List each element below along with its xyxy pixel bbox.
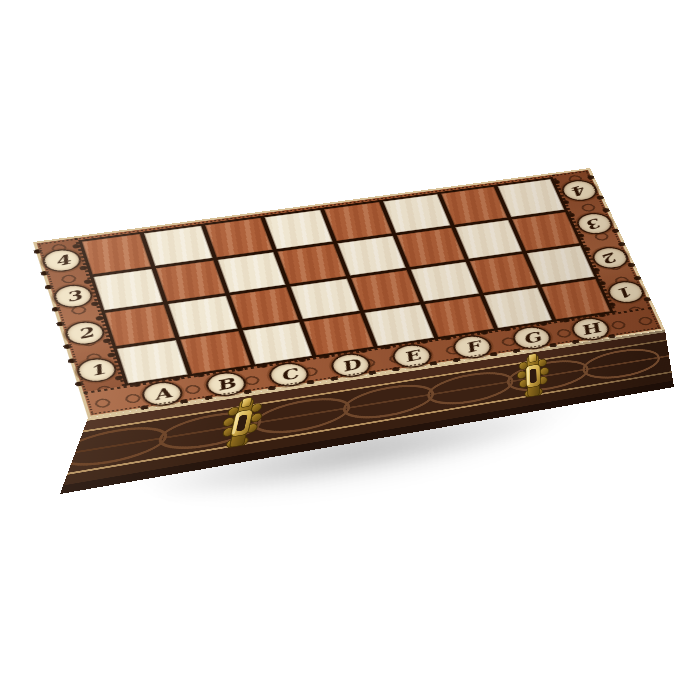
file-label-e: E (400, 348, 423, 364)
rank-right-label-1: 1 (615, 285, 637, 300)
file-label-g: G (519, 330, 543, 346)
rank-left-disc-1: 1 (74, 356, 120, 385)
square-g4 (441, 187, 508, 225)
square-d3 (278, 244, 346, 284)
square-b4 (144, 226, 212, 266)
square-h1 (542, 279, 610, 319)
square-h4 (498, 179, 564, 217)
square-g1 (484, 288, 553, 329)
rank-right-disc-3: 3 (573, 211, 616, 236)
file-label-a: A (150, 385, 173, 401)
square-e4 (324, 202, 391, 241)
square-a4 (82, 234, 151, 274)
square-c1 (242, 322, 312, 364)
file-label-c: C (276, 366, 300, 382)
rank-left-disc-3: 3 (51, 283, 96, 311)
square-f2 (410, 262, 478, 302)
square-f3 (396, 228, 464, 267)
square-a1 (117, 340, 188, 383)
brass-clasp-right-icon (516, 351, 552, 402)
rank-right-label-4: 4 (569, 183, 591, 197)
square-f4 (383, 194, 450, 233)
rank-left-label-4: 4 (51, 253, 72, 268)
rank-left-label-3: 3 (63, 289, 84, 304)
file-label-d: D (338, 357, 363, 373)
square-e3 (337, 236, 405, 276)
brass-clasp-left (214, 394, 268, 453)
square-h2 (527, 245, 595, 284)
square-g2 (469, 253, 537, 293)
square-e2 (351, 270, 420, 311)
square-d4 (265, 210, 333, 249)
square-f1 (424, 296, 493, 337)
square-c2 (230, 287, 299, 328)
square-b3 (156, 260, 225, 301)
file-label-h: H (577, 321, 603, 337)
square-g3 (455, 220, 522, 259)
square-e1 (365, 305, 434, 346)
rank-right-label-2: 2 (599, 250, 621, 265)
rank-left-cell-3: 3 (48, 276, 98, 318)
square-b2 (168, 295, 238, 337)
brass-clasp-left-icon (214, 394, 268, 453)
rank-right-disc-4: 4 (558, 178, 601, 203)
rank-left-label-2: 2 (74, 325, 95, 341)
file-label-f: F (461, 339, 483, 354)
product-photo-stage: 4321 4321 ABCDEFGH (0, 0, 700, 700)
square-d2 (291, 278, 360, 319)
rank-left-label-1: 1 (86, 362, 108, 378)
square-d1 (304, 313, 374, 355)
file-label-b: B (213, 376, 238, 392)
rank-right-disc-1: 1 (604, 279, 648, 305)
square-b1 (180, 331, 250, 374)
square-a3 (93, 269, 162, 310)
square-h3 (512, 212, 579, 251)
square-c4 (205, 218, 273, 258)
rank-right-disc-2: 2 (588, 245, 632, 271)
rank-right-label-3: 3 (584, 216, 606, 230)
rank-left-cell-4: 4 (37, 240, 86, 281)
rank-left-disc-2: 2 (62, 319, 108, 347)
brass-clasp-right (516, 351, 552, 402)
rank-left-disc-4: 4 (39, 247, 84, 274)
square-c3 (217, 252, 286, 293)
square-a2 (105, 304, 175, 346)
